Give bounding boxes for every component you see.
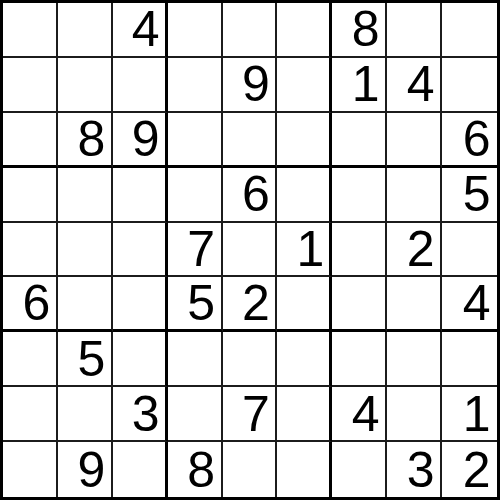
cell-r4c7[interactable] — [332, 168, 387, 223]
cell-r2c9[interactable] — [442, 58, 497, 113]
cell-digit: 8 — [352, 4, 380, 54]
cell-r9c7[interactable] — [332, 442, 387, 497]
cell-r4c5[interactable]: 6 — [223, 168, 278, 223]
cell-digit: 2 — [463, 445, 491, 495]
cell-r5c3[interactable] — [113, 223, 168, 278]
cell-r6c4[interactable]: 5 — [168, 277, 223, 332]
cell-r1c7[interactable]: 8 — [332, 3, 387, 58]
cell-r6c1[interactable]: 6 — [3, 277, 58, 332]
cell-r9c4[interactable]: 8 — [168, 442, 223, 497]
sudoku-board: 48914896657126524537419832 — [0, 0, 500, 500]
cell-digit: 8 — [77, 114, 105, 164]
cell-r8c8[interactable] — [387, 387, 442, 442]
cell-r5c4[interactable]: 7 — [168, 223, 223, 278]
cell-digit: 5 — [187, 278, 215, 328]
cell-r9c8[interactable]: 3 — [387, 442, 442, 497]
cell-r7c1[interactable] — [3, 332, 58, 387]
cell-r7c3[interactable] — [113, 332, 168, 387]
cell-r7c2[interactable]: 5 — [58, 332, 113, 387]
cell-r9c3[interactable] — [113, 442, 168, 497]
cell-r1c3[interactable]: 4 — [113, 3, 168, 58]
cell-digit: 4 — [463, 278, 491, 328]
cell-r4c3[interactable] — [113, 168, 168, 223]
cell-digit: 6 — [242, 169, 270, 219]
cell-digit: 9 — [242, 59, 270, 109]
cell-r6c6[interactable] — [277, 277, 332, 332]
cell-r8c6[interactable] — [277, 387, 332, 442]
cell-r2c5[interactable]: 9 — [223, 58, 278, 113]
cell-digit: 3 — [407, 445, 435, 495]
cell-r5c8[interactable]: 2 — [387, 223, 442, 278]
cell-r8c9[interactable]: 1 — [442, 387, 497, 442]
cell-r7c6[interactable] — [277, 332, 332, 387]
cell-r1c8[interactable] — [387, 3, 442, 58]
cell-r9c9[interactable]: 2 — [442, 442, 497, 497]
cell-r5c1[interactable] — [3, 223, 58, 278]
cell-r3c2[interactable]: 8 — [58, 113, 113, 168]
cell-r4c9[interactable]: 5 — [442, 168, 497, 223]
cell-r5c7[interactable] — [332, 223, 387, 278]
cell-r2c3[interactable] — [113, 58, 168, 113]
cell-r6c7[interactable] — [332, 277, 387, 332]
cell-r3c3[interactable]: 9 — [113, 113, 168, 168]
cell-r9c1[interactable] — [3, 442, 58, 497]
cell-r3c5[interactable] — [223, 113, 278, 168]
cell-digit: 2 — [407, 224, 435, 274]
cell-r2c8[interactable]: 4 — [387, 58, 442, 113]
cell-digit: 5 — [77, 334, 105, 384]
cell-r1c9[interactable] — [442, 3, 497, 58]
cell-r1c1[interactable] — [3, 3, 58, 58]
cell-digit: 1 — [296, 224, 324, 274]
cell-digit: 9 — [77, 445, 105, 495]
cell-r9c2[interactable]: 9 — [58, 442, 113, 497]
cell-r1c2[interactable] — [58, 3, 113, 58]
cell-r5c2[interactable] — [58, 223, 113, 278]
cell-r6c5[interactable]: 2 — [223, 277, 278, 332]
cell-r5c6[interactable]: 1 — [277, 223, 332, 278]
cell-r7c4[interactable] — [168, 332, 223, 387]
cell-digit: 4 — [132, 4, 160, 54]
cell-digit: 1 — [463, 389, 491, 439]
cell-digit: 8 — [187, 445, 215, 495]
cell-digit: 4 — [407, 59, 435, 109]
cell-r3c9[interactable]: 6 — [442, 113, 497, 168]
cell-r7c9[interactable] — [442, 332, 497, 387]
cell-r4c8[interactable] — [387, 168, 442, 223]
cell-r8c3[interactable]: 3 — [113, 387, 168, 442]
cell-r2c4[interactable] — [168, 58, 223, 113]
cell-r7c7[interactable] — [332, 332, 387, 387]
cell-r7c5[interactable] — [223, 332, 278, 387]
cell-r8c5[interactable]: 7 — [223, 387, 278, 442]
cell-digit: 7 — [242, 389, 270, 439]
cell-r6c8[interactable] — [387, 277, 442, 332]
cell-digit: 9 — [132, 114, 160, 164]
cell-r6c9[interactable]: 4 — [442, 277, 497, 332]
cell-digit: 7 — [187, 224, 215, 274]
cell-digit: 1 — [352, 59, 380, 109]
cell-r5c9[interactable] — [442, 223, 497, 278]
cell-r8c2[interactable] — [58, 387, 113, 442]
cell-r5c5[interactable] — [223, 223, 278, 278]
cell-r1c6[interactable] — [277, 3, 332, 58]
cell-r1c5[interactable] — [223, 3, 278, 58]
cell-r9c6[interactable] — [277, 442, 332, 497]
cell-r4c1[interactable] — [3, 168, 58, 223]
cell-r4c2[interactable] — [58, 168, 113, 223]
cell-r2c2[interactable] — [58, 58, 113, 113]
cell-r8c4[interactable] — [168, 387, 223, 442]
cell-digit: 4 — [352, 389, 380, 439]
cell-r4c4[interactable] — [168, 168, 223, 223]
cell-digit: 6 — [463, 114, 491, 164]
cell-r6c2[interactable] — [58, 277, 113, 332]
cell-r7c8[interactable] — [387, 332, 442, 387]
cell-r2c6[interactable] — [277, 58, 332, 113]
cell-digit: 3 — [132, 389, 160, 439]
cell-r9c5[interactable] — [223, 442, 278, 497]
cell-r3c6[interactable] — [277, 113, 332, 168]
cell-digit: 2 — [242, 278, 270, 328]
cell-r8c1[interactable] — [3, 387, 58, 442]
cell-r3c8[interactable] — [387, 113, 442, 168]
cell-r3c1[interactable] — [3, 113, 58, 168]
cell-digit: 5 — [463, 169, 491, 219]
cell-r3c4[interactable] — [168, 113, 223, 168]
cell-r2c7[interactable]: 1 — [332, 58, 387, 113]
cell-digit: 6 — [23, 278, 51, 328]
cell-r4c6[interactable] — [277, 168, 332, 223]
cell-r8c7[interactable]: 4 — [332, 387, 387, 442]
cell-r6c3[interactable] — [113, 277, 168, 332]
cell-r1c4[interactable] — [168, 3, 223, 58]
cell-r3c7[interactable] — [332, 113, 387, 168]
cell-r2c1[interactable] — [3, 58, 58, 113]
